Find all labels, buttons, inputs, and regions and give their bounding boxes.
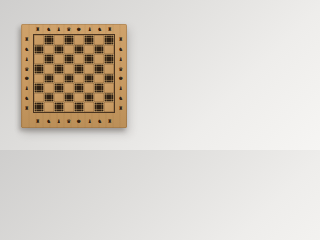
engraved-bishop-icon: ♝ bbox=[119, 86, 123, 91]
engraved-rook-icon: ♜ bbox=[25, 106, 29, 111]
square-g5 bbox=[94, 64, 104, 74]
square-d1 bbox=[64, 102, 74, 112]
square-c2 bbox=[54, 93, 64, 103]
square-d8 bbox=[64, 35, 74, 45]
engraved-queen-icon: ♛ bbox=[67, 118, 71, 123]
engraved-knight-icon: ♞ bbox=[119, 46, 123, 51]
square-d6 bbox=[64, 54, 74, 64]
engraved-king-icon: ♚ bbox=[119, 76, 123, 81]
square-g8 bbox=[94, 35, 104, 45]
square-a1 bbox=[34, 102, 44, 112]
square-b6 bbox=[44, 54, 54, 64]
square-a6 bbox=[34, 54, 44, 64]
square-e2 bbox=[74, 93, 84, 103]
square-d3 bbox=[64, 83, 74, 93]
square-f3 bbox=[84, 83, 94, 93]
square-c5 bbox=[54, 64, 64, 74]
square-c1 bbox=[54, 102, 64, 112]
square-h8 bbox=[104, 35, 114, 45]
engraved-rook-icon: ♜ bbox=[108, 118, 112, 123]
square-h2 bbox=[104, 93, 114, 103]
square-d4 bbox=[64, 74, 74, 84]
square-f8 bbox=[84, 35, 94, 45]
square-g2 bbox=[94, 93, 104, 103]
square-c8 bbox=[54, 35, 64, 45]
square-h1 bbox=[104, 102, 114, 112]
square-e5 bbox=[74, 64, 84, 74]
engraved-bishop-icon: ♝ bbox=[56, 118, 60, 123]
square-b5 bbox=[44, 64, 54, 74]
engraved-bishop-icon: ♝ bbox=[87, 118, 91, 123]
engraved-knight-icon: ♞ bbox=[119, 96, 123, 101]
engraved-rook-icon: ♜ bbox=[119, 106, 123, 111]
square-g1 bbox=[94, 102, 104, 112]
engraved-king-icon: ♚ bbox=[77, 27, 81, 32]
square-e6 bbox=[74, 54, 84, 64]
square-f1 bbox=[84, 102, 94, 112]
square-h4 bbox=[104, 74, 114, 84]
engraved-bishop-icon: ♝ bbox=[25, 56, 29, 61]
square-d5 bbox=[64, 64, 74, 74]
border-glyphs-top: ♜♞♝♛♚♝♞♜ bbox=[33, 25, 115, 33]
square-h7 bbox=[104, 45, 114, 55]
square-g3 bbox=[94, 83, 104, 93]
engraved-queen-icon: ♛ bbox=[119, 66, 123, 71]
engraved-bishop-icon: ♝ bbox=[25, 86, 29, 91]
engraved-queen-icon: ♛ bbox=[67, 27, 71, 32]
square-b1 bbox=[44, 102, 54, 112]
photo-background: ♜♞♝♛♚♝♞♜ ♜♞♝♛♚♝♞♜ ♜♞♝♛♚♝♞♜ ♜♞♝♛♚♝♞♜ bbox=[0, 0, 150, 150]
engraved-knight-icon: ♞ bbox=[97, 118, 101, 123]
square-b7 bbox=[44, 45, 54, 55]
square-f4 bbox=[84, 74, 94, 84]
engraved-knight-icon: ♞ bbox=[46, 118, 50, 123]
square-c7 bbox=[54, 45, 64, 55]
board-grid bbox=[33, 34, 115, 113]
square-d2 bbox=[64, 93, 74, 103]
square-c4 bbox=[54, 74, 64, 84]
border-glyphs-bottom: ♜♞♝♛♚♝♞♜ bbox=[33, 115, 115, 126]
square-f6 bbox=[84, 54, 94, 64]
square-h3 bbox=[104, 83, 114, 93]
square-b4 bbox=[44, 74, 54, 84]
border-glyphs-left: ♜♞♝♛♚♝♞♜ bbox=[23, 34, 32, 113]
engraved-knight-icon: ♞ bbox=[25, 46, 29, 51]
square-d7 bbox=[64, 45, 74, 55]
square-a4 bbox=[34, 74, 44, 84]
square-e7 bbox=[74, 45, 84, 55]
square-g4 bbox=[94, 74, 104, 84]
square-g7 bbox=[94, 45, 104, 55]
engraved-bishop-icon: ♝ bbox=[119, 56, 123, 61]
square-a2 bbox=[34, 93, 44, 103]
square-g6 bbox=[94, 54, 104, 64]
square-e3 bbox=[74, 83, 84, 93]
square-f7 bbox=[84, 45, 94, 55]
chess-board: ♜♞♝♛♚♝♞♜ ♜♞♝♛♚♝♞♜ ♜♞♝♛♚♝♞♜ ♜♞♝♛♚♝♞♜ bbox=[21, 24, 127, 128]
engraved-king-icon: ♚ bbox=[77, 118, 81, 123]
square-a8 bbox=[34, 35, 44, 45]
engraved-knight-icon: ♞ bbox=[25, 96, 29, 101]
square-f2 bbox=[84, 93, 94, 103]
engraved-rook-icon: ♜ bbox=[119, 36, 123, 41]
engraved-rook-icon: ♜ bbox=[36, 27, 40, 32]
square-e8 bbox=[74, 35, 84, 45]
square-b8 bbox=[44, 35, 54, 45]
square-c6 bbox=[54, 54, 64, 64]
square-f5 bbox=[84, 64, 94, 74]
engraved-bishop-icon: ♝ bbox=[56, 27, 60, 32]
square-b3 bbox=[44, 83, 54, 93]
square-h5 bbox=[104, 64, 114, 74]
engraved-queen-icon: ♛ bbox=[25, 66, 29, 71]
square-a3 bbox=[34, 83, 44, 93]
border-glyphs-right: ♜♞♝♛♚♝♞♜ bbox=[116, 34, 126, 113]
square-b2 bbox=[44, 93, 54, 103]
square-c3 bbox=[54, 83, 64, 93]
engraved-knight-icon: ♞ bbox=[46, 27, 50, 32]
square-e4 bbox=[74, 74, 84, 84]
square-a7 bbox=[34, 45, 44, 55]
engraved-rook-icon: ♜ bbox=[25, 36, 29, 41]
square-e1 bbox=[74, 102, 84, 112]
engraved-rook-icon: ♜ bbox=[108, 27, 112, 32]
engraved-rook-icon: ♜ bbox=[36, 118, 40, 123]
engraved-bishop-icon: ♝ bbox=[87, 27, 91, 32]
square-h6 bbox=[104, 54, 114, 64]
engraved-king-icon: ♚ bbox=[25, 76, 29, 81]
square-a5 bbox=[34, 64, 44, 74]
engraved-knight-icon: ♞ bbox=[97, 27, 101, 32]
